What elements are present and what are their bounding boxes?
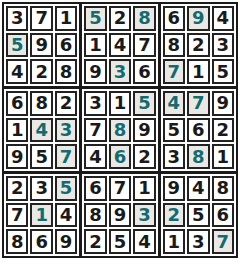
sudoku-cell[interactable]: 7 — [109, 176, 131, 201]
sudoku-cell[interactable]: 4 — [55, 203, 77, 228]
sudoku-cell[interactable]: 1 — [163, 229, 185, 254]
sudoku-box: 315789462 — [82, 89, 157, 171]
sudoku-cell[interactable]: 4 — [133, 229, 155, 254]
sudoku-cell[interactable]: 3 — [30, 176, 52, 201]
sudoku-box: 671893254 — [82, 174, 157, 256]
sudoku-cell[interactable]: 1 — [55, 6, 77, 31]
sudoku-cell[interactable]: 2 — [187, 33, 209, 58]
sudoku-cell[interactable]: 9 — [163, 176, 185, 201]
sudoku-box: 479562381 — [161, 89, 236, 171]
sudoku-cell[interactable]: 7 — [30, 6, 52, 31]
sudoku-cell-highlighted[interactable]: 9 — [187, 6, 209, 31]
sudoku-cell[interactable]: 9 — [109, 203, 131, 228]
sudoku-cell[interactable]: 9 — [55, 229, 77, 254]
sudoku-cell-highlighted[interactable]: 7 — [55, 144, 77, 169]
sudoku-cell[interactable]: 6 — [212, 203, 234, 228]
sudoku-cell[interactable]: 6 — [84, 176, 106, 201]
sudoku-cell[interactable]: 2 — [84, 229, 106, 254]
sudoku-cell[interactable]: 2 — [55, 91, 77, 116]
sudoku-cell-highlighted[interactable]: 7 — [187, 91, 209, 116]
sudoku-cell[interactable]: 5 — [187, 203, 209, 228]
sudoku-cell[interactable]: 7 — [6, 203, 28, 228]
sudoku-board: 3715964285281479366948237156821439573157… — [2, 2, 238, 258]
sudoku-cell[interactable]: 4 — [212, 6, 234, 31]
sudoku-cell[interactable]: 8 — [30, 91, 52, 116]
sudoku-cell[interactable]: 3 — [212, 33, 234, 58]
sudoku-box: 528147936 — [82, 4, 157, 86]
sudoku-cell-highlighted[interactable]: 5 — [55, 176, 77, 201]
sudoku-cell[interactable]: 2 — [30, 59, 52, 84]
sudoku-cell[interactable]: 3 — [6, 6, 28, 31]
sudoku-cell[interactable]: 6 — [187, 118, 209, 143]
sudoku-cell[interactable]: 6 — [163, 6, 185, 31]
sudoku-cell-highlighted[interactable]: 3 — [109, 59, 131, 84]
sudoku-cell-highlighted[interactable]: 7 — [163, 59, 185, 84]
sudoku-box: 682143957 — [4, 89, 79, 171]
sudoku-cell-highlighted[interactable]: 6 — [109, 144, 131, 169]
sudoku-cell[interactable]: 6 — [6, 91, 28, 116]
sudoku-box: 235714869 — [4, 174, 79, 256]
sudoku-cell[interactable]: 3 — [84, 91, 106, 116]
sudoku-cell[interactable]: 7 — [133, 33, 155, 58]
sudoku-cell[interactable]: 4 — [187, 176, 209, 201]
sudoku-cell[interactable]: 4 — [84, 144, 106, 169]
sudoku-cell-highlighted[interactable]: 5 — [84, 6, 106, 31]
sudoku-cell-highlighted[interactable]: 3 — [55, 118, 77, 143]
sudoku-cell[interactable]: 9 — [6, 144, 28, 169]
sudoku-cell[interactable]: 1 — [109, 91, 131, 116]
sudoku-cell[interactable]: 4 — [109, 33, 131, 58]
sudoku-cell-highlighted[interactable]: 5 — [133, 91, 155, 116]
sudoku-cell-highlighted[interactable]: 1 — [30, 203, 52, 228]
sudoku-cell[interactable]: 3 — [163, 144, 185, 169]
sudoku-cell[interactable]: 9 — [133, 118, 155, 143]
sudoku-cell[interactable]: 8 — [163, 33, 185, 58]
sudoku-cell[interactable]: 9 — [84, 59, 106, 84]
sudoku-cell[interactable]: 1 — [187, 59, 209, 84]
sudoku-cell[interactable]: 1 — [133, 176, 155, 201]
sudoku-cell[interactable]: 3 — [187, 229, 209, 254]
sudoku-cell[interactable]: 1 — [6, 118, 28, 143]
sudoku-cell-highlighted[interactable]: 7 — [212, 229, 234, 254]
sudoku-cell[interactable]: 2 — [133, 144, 155, 169]
sudoku-cell[interactable]: 6 — [30, 229, 52, 254]
sudoku-cell[interactable]: 7 — [84, 118, 106, 143]
sudoku-cell[interactable]: 6 — [55, 33, 77, 58]
sudoku-cell[interactable]: 1 — [84, 33, 106, 58]
sudoku-cell-highlighted[interactable]: 4 — [30, 118, 52, 143]
sudoku-cell[interactable]: 2 — [109, 6, 131, 31]
sudoku-cell[interactable]: 2 — [212, 118, 234, 143]
sudoku-box: 694823715 — [161, 4, 236, 86]
sudoku-cell[interactable]: 8 — [55, 59, 77, 84]
sudoku-box: 948256137 — [161, 174, 236, 256]
sudoku-cell[interactable]: 5 — [163, 118, 185, 143]
sudoku-cell-highlighted[interactable]: 5 — [6, 33, 28, 58]
sudoku-cell-highlighted[interactable]: 8 — [109, 118, 131, 143]
sudoku-cell[interactable]: 9 — [212, 91, 234, 116]
sudoku-cell-highlighted[interactable]: 3 — [133, 203, 155, 228]
sudoku-cell[interactable]: 1 — [212, 144, 234, 169]
sudoku-cell-highlighted[interactable]: 2 — [163, 203, 185, 228]
sudoku-box: 371596428 — [4, 4, 79, 86]
sudoku-cell-highlighted[interactable]: 8 — [133, 6, 155, 31]
sudoku-cell[interactable]: 9 — [30, 33, 52, 58]
sudoku-cell[interactable]: 8 — [84, 203, 106, 228]
sudoku-cell[interactable]: 5 — [30, 144, 52, 169]
sudoku-cell-highlighted[interactable]: 8 — [187, 144, 209, 169]
sudoku-cell[interactable]: 5 — [109, 229, 131, 254]
sudoku-cell[interactable]: 4 — [6, 59, 28, 84]
sudoku-cell[interactable]: 8 — [6, 229, 28, 254]
sudoku-cell[interactable]: 5 — [212, 59, 234, 84]
sudoku-cell[interactable]: 6 — [133, 59, 155, 84]
sudoku-cell-highlighted[interactable]: 4 — [163, 91, 185, 116]
sudoku-cell[interactable]: 2 — [6, 176, 28, 201]
sudoku-cell[interactable]: 8 — [212, 176, 234, 201]
